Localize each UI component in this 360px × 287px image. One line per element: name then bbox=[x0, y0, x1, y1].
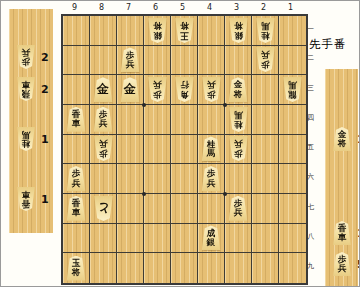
hand-count: 2 bbox=[41, 83, 49, 96]
square-6-4[interactable] bbox=[144, 105, 171, 135]
rank-label: 七 bbox=[307, 192, 314, 222]
hoshi-dot bbox=[142, 192, 146, 196]
rank-label: 四 bbox=[307, 103, 314, 133]
piece-kanji: 銀 bbox=[234, 30, 243, 39]
piece-gote-rook[interactable]: 飛車 bbox=[16, 77, 36, 101]
square-5-6[interactable] bbox=[171, 164, 198, 194]
hand-item-gote-lance[interactable]: 香車1 bbox=[16, 187, 49, 211]
square-9-8[interactable] bbox=[63, 224, 90, 254]
piece-gote-king[interactable]: 王将 bbox=[174, 18, 195, 43]
piece-sente-pawn[interactable]: 歩兵 bbox=[332, 252, 352, 276]
square-5-8[interactable] bbox=[171, 224, 198, 254]
square-7-8[interactable] bbox=[117, 224, 144, 254]
piece-kanji: 歩 bbox=[234, 149, 243, 158]
rank-label: 五 bbox=[307, 133, 314, 163]
piece-sente-gold[interactable]: 金 bbox=[93, 77, 114, 102]
square-8-5[interactable]: 歩兵 bbox=[90, 135, 117, 165]
square-7-1[interactable] bbox=[117, 16, 144, 46]
piece-kanji: 兵 bbox=[234, 208, 243, 217]
piece-sente-pawn[interactable]: 歩兵 bbox=[201, 166, 222, 191]
square-4-7[interactable] bbox=[198, 194, 225, 224]
piece-kanji: 車 bbox=[22, 80, 31, 89]
piece-gote-pawn[interactable]: 歩兵 bbox=[16, 45, 36, 69]
piece-kanji: 車 bbox=[72, 119, 81, 128]
hand-count: 1 bbox=[41, 193, 49, 206]
piece-kanji: 歩 bbox=[261, 60, 270, 69]
piece-kanji: 兵 bbox=[207, 80, 216, 89]
square-3-1[interactable]: 銀将 bbox=[225, 16, 252, 46]
piece-kanji: 車 bbox=[72, 208, 81, 217]
square-8-9[interactable] bbox=[90, 253, 117, 283]
square-5-2[interactable] bbox=[171, 46, 198, 76]
file-label: 5 bbox=[169, 3, 196, 12]
square-3-4[interactable]: 桂馬 bbox=[225, 105, 252, 135]
square-3-9[interactable] bbox=[225, 253, 252, 283]
square-7-4[interactable] bbox=[117, 105, 144, 135]
hand-item-sente-gold[interactable]: 金将1 bbox=[332, 127, 360, 151]
rank-label: 六 bbox=[307, 162, 314, 192]
square-4-3[interactable]: 歩兵 bbox=[198, 75, 225, 105]
piece-kanji: 銀 bbox=[153, 30, 162, 39]
piece-kanji: 馬 bbox=[261, 21, 270, 30]
piece-kanji: 将 bbox=[72, 268, 81, 277]
square-5-9[interactable] bbox=[171, 253, 198, 283]
square-3-6[interactable] bbox=[225, 164, 252, 194]
hand-item-gote-pawn[interactable]: 歩兵2 bbox=[16, 45, 49, 69]
piece-kanji: 王 bbox=[180, 30, 189, 39]
piece-kanji: 金 bbox=[97, 83, 109, 96]
piece-kanji: 龍 bbox=[288, 90, 297, 99]
square-6-3[interactable]: 歩兵 bbox=[144, 75, 171, 105]
square-2-6[interactable] bbox=[252, 164, 279, 194]
square-1-6[interactable] bbox=[279, 164, 306, 194]
square-4-8[interactable]: 成銀 bbox=[198, 224, 225, 254]
square-7-7[interactable] bbox=[117, 194, 144, 224]
piece-kanji: 桂 bbox=[261, 30, 270, 39]
piece-kanji: 兵 bbox=[207, 179, 216, 188]
hoshi-dot bbox=[223, 192, 227, 196]
square-5-3[interactable]: 角行 bbox=[171, 75, 198, 105]
square-4-5[interactable]: 桂馬 bbox=[198, 135, 225, 165]
square-4-9[interactable] bbox=[198, 253, 225, 283]
square-2-5[interactable] bbox=[252, 135, 279, 165]
piece-kanji: 兵 bbox=[99, 140, 108, 149]
file-label: 4 bbox=[196, 3, 223, 12]
square-1-1[interactable] bbox=[279, 16, 306, 46]
square-5-7[interactable] bbox=[171, 194, 198, 224]
square-4-2[interactable] bbox=[198, 46, 225, 76]
piece-kanji: 歩 bbox=[207, 90, 216, 99]
hand-count: 1 bbox=[41, 133, 49, 146]
square-3-5[interactable]: 歩兵 bbox=[225, 135, 252, 165]
square-8-6[interactable] bbox=[90, 164, 117, 194]
square-4-4[interactable] bbox=[198, 105, 225, 135]
piece-kanji: 将 bbox=[234, 90, 243, 99]
square-6-7[interactable] bbox=[144, 194, 171, 224]
square-2-4[interactable] bbox=[252, 105, 279, 135]
square-7-9[interactable] bbox=[117, 253, 144, 283]
square-2-7[interactable] bbox=[252, 194, 279, 224]
piece-kanji: 飛 bbox=[22, 89, 31, 98]
piece-kanji: 馬 bbox=[288, 80, 297, 89]
piece-kanji: 香 bbox=[22, 199, 31, 208]
piece-kanji: と bbox=[97, 202, 109, 215]
piece-kanji: 歩 bbox=[22, 57, 31, 66]
piece-kanji: 兵 bbox=[99, 119, 108, 128]
piece-sente-knight[interactable]: 桂馬 bbox=[201, 136, 222, 161]
piece-gote-pawn[interactable]: 歩兵 bbox=[147, 77, 168, 102]
hand-item-gote-rook[interactable]: 飛車2 bbox=[16, 77, 49, 101]
piece-sente-lance[interactable]: 香車 bbox=[66, 196, 87, 221]
piece-kanji: 兵 bbox=[153, 80, 162, 89]
piece-gote-silver[interactable]: 銀将 bbox=[228, 18, 249, 43]
piece-kanji: 兵 bbox=[72, 179, 81, 188]
piece-gote-pawn[interactable]: 歩兵 bbox=[255, 47, 276, 72]
piece-kanji: 行 bbox=[180, 80, 189, 89]
hand-item-sente-lance[interactable]: 香車1 bbox=[332, 221, 360, 245]
square-9-2[interactable] bbox=[63, 46, 90, 76]
file-label: 1 bbox=[277, 3, 304, 12]
shogi-app-window: 987654321 銀将王将銀将桂馬歩兵歩兵金金歩兵角行歩兵金将龍馬香車歩兵桂馬… bbox=[0, 0, 360, 287]
hoshi-dot bbox=[223, 103, 227, 107]
square-3-3[interactable]: 金将 bbox=[225, 75, 252, 105]
square-4-6[interactable]: 歩兵 bbox=[198, 164, 225, 194]
square-6-2[interactable] bbox=[144, 46, 171, 76]
square-5-1[interactable]: 王将 bbox=[171, 16, 198, 46]
gote-hand-panel: 歩兵2飛車2桂馬1香車1 bbox=[9, 9, 53, 233]
piece-gote-knight[interactable]: 桂馬 bbox=[16, 127, 36, 151]
square-8-8[interactable] bbox=[90, 224, 117, 254]
piece-kanji: 桂 bbox=[22, 139, 31, 148]
square-9-6[interactable]: 歩兵 bbox=[63, 164, 90, 194]
piece-kanji: 兵 bbox=[234, 140, 243, 149]
square-8-3[interactable]: 金 bbox=[90, 75, 117, 105]
square-3-8[interactable] bbox=[225, 224, 252, 254]
square-7-3[interactable]: 金 bbox=[117, 75, 144, 105]
piece-sente-king[interactable]: 玉将 bbox=[66, 256, 87, 281]
file-label: 2 bbox=[250, 3, 277, 12]
piece-kanji: 馬 bbox=[207, 149, 216, 158]
piece-kanji: 車 bbox=[22, 190, 31, 199]
square-9-9[interactable]: 玉将 bbox=[63, 253, 90, 283]
piece-sente-lance[interactable]: 香車 bbox=[66, 107, 87, 132]
square-1-5[interactable] bbox=[279, 135, 306, 165]
piece-sente-lance[interactable]: 香車 bbox=[332, 221, 352, 245]
piece-kanji: 馬 bbox=[234, 110, 243, 119]
shogi-board: 銀将王将銀将桂馬歩兵歩兵金金歩兵角行歩兵金将龍馬香車歩兵桂馬歩兵桂馬歩兵歩兵歩兵… bbox=[61, 14, 308, 285]
piece-kanji: 歩 bbox=[153, 90, 162, 99]
hand-count: 2 bbox=[41, 51, 49, 64]
square-2-3[interactable] bbox=[252, 75, 279, 105]
square-7-2[interactable]: 歩兵 bbox=[117, 46, 144, 76]
square-1-8[interactable] bbox=[279, 224, 306, 254]
piece-kanji: 将 bbox=[180, 21, 189, 30]
piece-kanji: 角 bbox=[180, 90, 189, 99]
piece-kanji: 銀 bbox=[207, 238, 216, 247]
square-8-4[interactable]: 歩兵 bbox=[90, 105, 117, 135]
square-6-9[interactable] bbox=[144, 253, 171, 283]
square-6-8[interactable] bbox=[144, 224, 171, 254]
square-3-7[interactable]: 歩兵 bbox=[225, 194, 252, 224]
piece-kanji: 桂 bbox=[234, 119, 243, 128]
square-2-2[interactable]: 歩兵 bbox=[252, 46, 279, 76]
square-9-4[interactable]: 香車 bbox=[63, 105, 90, 135]
square-5-5[interactable] bbox=[171, 135, 198, 165]
turn-indicator: 先手番 bbox=[309, 37, 347, 52]
piece-kanji: 兵 bbox=[22, 48, 31, 57]
rank-label: 三 bbox=[307, 73, 314, 103]
piece-gote-knight[interactable]: 桂馬 bbox=[255, 18, 276, 43]
square-2-9[interactable] bbox=[252, 253, 279, 283]
square-6-5[interactable] bbox=[144, 135, 171, 165]
square-3-2[interactable] bbox=[225, 46, 252, 76]
square-9-3[interactable] bbox=[63, 75, 90, 105]
file-label: 8 bbox=[88, 3, 115, 12]
rank-labels: 一二三四五六七八九 bbox=[307, 14, 314, 281]
square-9-7[interactable]: 香車 bbox=[63, 194, 90, 224]
piece-gote-lance[interactable]: 香車 bbox=[16, 187, 36, 211]
hoshi-dot bbox=[142, 103, 146, 107]
piece-kanji: 兵 bbox=[338, 264, 347, 273]
square-1-4[interactable] bbox=[279, 105, 306, 135]
file-label: 9 bbox=[61, 3, 88, 12]
piece-sente-pawn[interactable]: 歩兵 bbox=[228, 196, 249, 221]
square-5-4[interactable] bbox=[171, 105, 198, 135]
square-1-7[interactable] bbox=[279, 194, 306, 224]
square-8-2[interactable] bbox=[90, 46, 117, 76]
piece-sente-pawn[interactable]: 歩兵 bbox=[93, 107, 114, 132]
piece-kanji: 歩 bbox=[99, 149, 108, 158]
file-label: 6 bbox=[142, 3, 169, 12]
rank-label: 八 bbox=[307, 222, 314, 252]
piece-kanji: 兵 bbox=[126, 60, 135, 69]
piece-gote-silver[interactable]: 銀将 bbox=[147, 18, 168, 43]
file-labels: 987654321 bbox=[61, 3, 304, 12]
piece-sente-pawn[interactable]: 歩兵 bbox=[66, 166, 87, 191]
square-1-9[interactable] bbox=[279, 253, 306, 283]
piece-kanji: 金 bbox=[124, 83, 136, 96]
hand-item-sente-pawn[interactable]: 歩兵5 bbox=[332, 252, 360, 276]
square-9-1[interactable] bbox=[63, 16, 90, 46]
square-2-1[interactable]: 桂馬 bbox=[252, 16, 279, 46]
piece-kanji: 車 bbox=[338, 233, 347, 242]
piece-gote-tokin[interactable]: と bbox=[93, 196, 114, 221]
square-8-7[interactable]: と bbox=[90, 194, 117, 224]
piece-sente-promoted-silver[interactable]: 成銀 bbox=[201, 225, 222, 250]
square-1-3[interactable]: 龍馬 bbox=[279, 75, 306, 105]
square-2-8[interactable] bbox=[252, 224, 279, 254]
piece-gote-knight[interactable]: 桂馬 bbox=[228, 107, 249, 132]
square-6-6[interactable] bbox=[144, 164, 171, 194]
square-6-1[interactable]: 銀将 bbox=[144, 16, 171, 46]
file-label: 7 bbox=[115, 3, 142, 12]
piece-gote-pawn[interactable]: 歩兵 bbox=[201, 77, 222, 102]
square-7-6[interactable] bbox=[117, 164, 144, 194]
piece-kanji: 兵 bbox=[261, 51, 270, 60]
piece-gote-promoted-bishop[interactable]: 龍馬 bbox=[282, 77, 303, 102]
piece-kanji: 将 bbox=[338, 139, 347, 148]
square-4-1[interactable] bbox=[198, 16, 225, 46]
piece-gote-bishop[interactable]: 角行 bbox=[174, 77, 195, 102]
square-8-1[interactable] bbox=[90, 16, 117, 46]
piece-sente-gold[interactable]: 金将 bbox=[332, 127, 352, 151]
square-7-5[interactable] bbox=[117, 135, 144, 165]
piece-sente-gold[interactable]: 金将 bbox=[228, 77, 249, 102]
rank-label: 九 bbox=[307, 251, 314, 281]
square-9-5[interactable] bbox=[63, 135, 90, 165]
file-label: 3 bbox=[223, 3, 250, 12]
piece-sente-pawn[interactable]: 歩兵 bbox=[120, 47, 141, 72]
square-1-2[interactable] bbox=[279, 46, 306, 76]
hand-item-gote-knight[interactable]: 桂馬1 bbox=[16, 127, 49, 151]
piece-gote-pawn[interactable]: 歩兵 bbox=[93, 136, 114, 161]
piece-kanji: 将 bbox=[153, 21, 162, 30]
piece-kanji: 馬 bbox=[22, 130, 31, 139]
piece-kanji: 将 bbox=[234, 21, 243, 30]
piece-gote-pawn[interactable]: 歩兵 bbox=[228, 136, 249, 161]
piece-sente-gold[interactable]: 金 bbox=[120, 77, 141, 102]
sente-hand-panel: 金将1香車1歩兵5 bbox=[325, 69, 358, 286]
